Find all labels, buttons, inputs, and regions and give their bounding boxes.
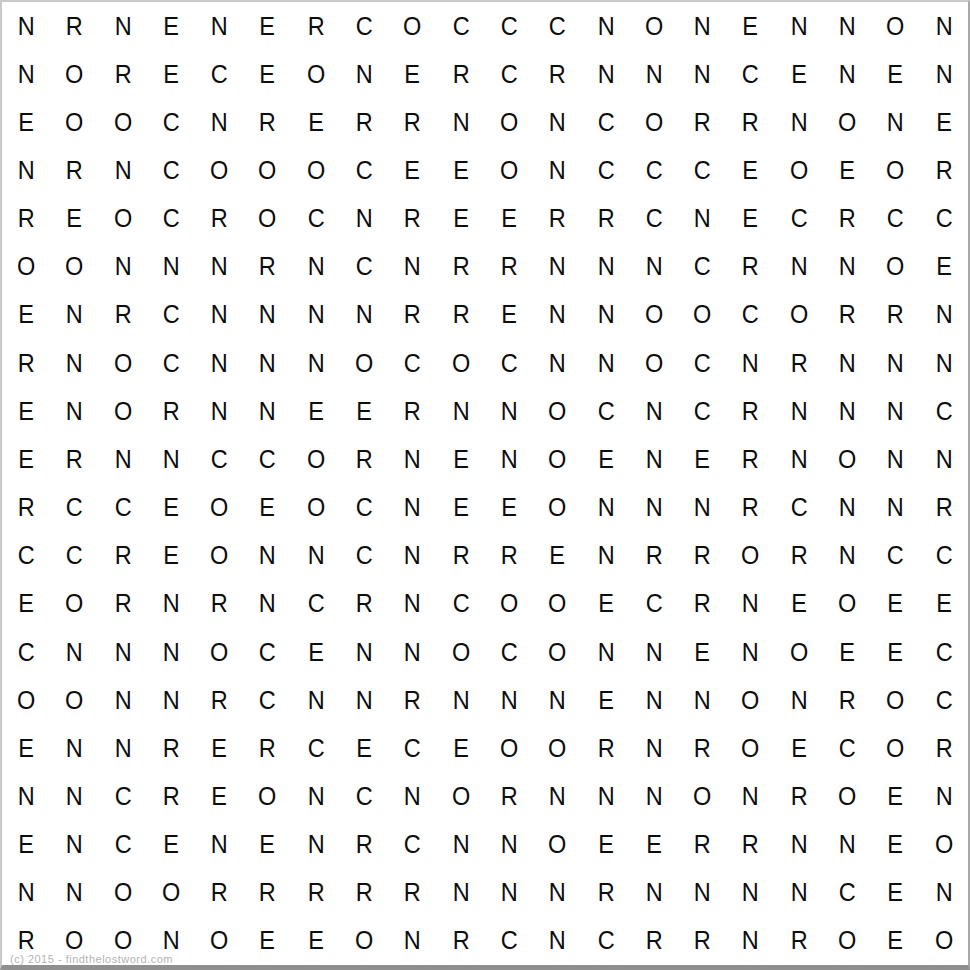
grid-cell[interactable]: O [631, 291, 676, 339]
grid-cell[interactable]: E [3, 821, 48, 869]
grid-cell[interactable]: R [390, 676, 435, 724]
grid-cell[interactable]: N [631, 435, 676, 483]
grid-cell[interactable]: E [342, 724, 387, 772]
grid-cell[interactable]: O [293, 484, 338, 532]
grid-cell[interactable]: R [680, 580, 725, 628]
grid-cell[interactable]: E [3, 724, 48, 772]
grid-cell[interactable]: R [825, 676, 870, 724]
grid-cell[interactable]: R [583, 869, 628, 917]
grid-cell[interactable]: O [100, 869, 145, 917]
grid-cell[interactable]: N [52, 628, 97, 676]
grid-cell[interactable]: N [100, 676, 145, 724]
grid-cell[interactable]: E [486, 484, 531, 532]
grid-cell[interactable]: N [293, 339, 338, 387]
grid-cell[interactable]: N [486, 821, 531, 869]
grid-cell[interactable]: E [293, 628, 338, 676]
grid-cell[interactable]: C [921, 676, 966, 724]
grid-cell[interactable]: R [583, 724, 628, 772]
grid-cell[interactable]: N [148, 676, 193, 724]
grid-cell[interactable]: O [3, 243, 48, 291]
grid-cell[interactable]: N [535, 146, 580, 194]
grid-cell[interactable]: E [535, 532, 580, 580]
grid-cell[interactable]: E [873, 772, 918, 820]
grid-cell[interactable]: N [197, 243, 242, 291]
grid-cell[interactable]: O [535, 435, 580, 483]
grid-cell[interactable]: N [100, 724, 145, 772]
grid-cell[interactable]: N [921, 435, 966, 483]
grid-cell[interactable]: E [390, 50, 435, 98]
grid-cell[interactable]: N [728, 917, 773, 965]
grid-cell[interactable]: N [825, 532, 870, 580]
grid-cell[interactable]: R [390, 869, 435, 917]
grid-cell[interactable]: N [52, 724, 97, 772]
grid-cell[interactable]: C [148, 195, 193, 243]
grid-cell[interactable]: N [583, 772, 628, 820]
grid-cell[interactable]: C [921, 387, 966, 435]
grid-cell[interactable]: N [293, 291, 338, 339]
grid-cell[interactable]: E [438, 146, 483, 194]
grid-cell[interactable]: O [52, 676, 97, 724]
grid-cell[interactable]: C [100, 772, 145, 820]
grid-cell[interactable]: N [535, 772, 580, 820]
grid-cell[interactable]: N [921, 772, 966, 820]
grid-cell[interactable]: N [3, 146, 48, 194]
grid-cell[interactable]: R [728, 243, 773, 291]
grid-cell[interactable]: O [197, 628, 242, 676]
grid-cell[interactable]: O [873, 724, 918, 772]
grid-cell[interactable]: O [197, 146, 242, 194]
grid-cell[interactable]: E [245, 2, 290, 50]
grid-cell[interactable]: N [342, 195, 387, 243]
grid-cell[interactable]: C [197, 50, 242, 98]
grid-cell[interactable]: N [680, 676, 725, 724]
grid-cell[interactable]: N [342, 628, 387, 676]
grid-cell[interactable]: N [535, 339, 580, 387]
grid-cell[interactable]: R [100, 580, 145, 628]
grid-cell[interactable]: C [342, 243, 387, 291]
grid-cell[interactable]: O [52, 243, 97, 291]
grid-cell[interactable]: N [438, 98, 483, 146]
grid-cell[interactable]: N [293, 821, 338, 869]
grid-cell[interactable]: C [293, 195, 338, 243]
grid-cell[interactable]: R [342, 98, 387, 146]
grid-cell[interactable]: C [728, 291, 773, 339]
grid-cell[interactable]: E [3, 435, 48, 483]
grid-cell[interactable]: R [921, 146, 966, 194]
grid-cell[interactable]: O [245, 146, 290, 194]
grid-cell[interactable]: N [100, 435, 145, 483]
grid-cell[interactable]: N [825, 821, 870, 869]
grid-cell[interactable]: R [52, 2, 97, 50]
grid-cell[interactable]: O [486, 724, 531, 772]
grid-cell[interactable]: N [3, 869, 48, 917]
grid-cell[interactable]: C [245, 435, 290, 483]
grid-cell[interactable]: N [921, 50, 966, 98]
grid-cell[interactable]: E [776, 580, 821, 628]
grid-cell[interactable]: O [438, 772, 483, 820]
grid-cell[interactable]: O [293, 146, 338, 194]
grid-cell[interactable]: N [486, 676, 531, 724]
grid-cell[interactable]: C [486, 628, 531, 676]
grid-cell[interactable]: N [535, 869, 580, 917]
grid-cell[interactable]: N [921, 291, 966, 339]
grid-cell[interactable]: C [921, 532, 966, 580]
grid-cell[interactable]: E [486, 195, 531, 243]
grid-cell[interactable]: N [342, 50, 387, 98]
grid-cell[interactable]: N [631, 50, 676, 98]
grid-cell[interactable]: N [776, 435, 821, 483]
grid-cell[interactable]: R [921, 724, 966, 772]
grid-cell[interactable]: R [148, 724, 193, 772]
grid-cell[interactable]: C [486, 2, 531, 50]
grid-cell[interactable]: C [583, 387, 628, 435]
grid-cell[interactable]: R [728, 484, 773, 532]
grid-cell[interactable]: N [776, 98, 821, 146]
grid-cell[interactable]: O [100, 98, 145, 146]
grid-cell[interactable]: C [148, 146, 193, 194]
grid-cell[interactable]: N [100, 146, 145, 194]
grid-cell[interactable]: R [583, 195, 628, 243]
grid-cell[interactable]: R [438, 917, 483, 965]
grid-cell[interactable]: R [631, 532, 676, 580]
grid-cell[interactable]: N [825, 387, 870, 435]
grid-cell[interactable]: R [342, 435, 387, 483]
grid-cell[interactable]: E [245, 821, 290, 869]
grid-cell[interactable]: N [583, 532, 628, 580]
grid-cell[interactable]: N [776, 676, 821, 724]
grid-cell[interactable]: N [776, 243, 821, 291]
grid-cell[interactable]: C [631, 580, 676, 628]
grid-cell[interactable]: O [535, 821, 580, 869]
grid-cell[interactable]: O [728, 676, 773, 724]
grid-cell[interactable]: N [245, 580, 290, 628]
grid-cell[interactable]: R [728, 387, 773, 435]
grid-cell[interactable]: O [52, 98, 97, 146]
grid-cell[interactable]: E [245, 917, 290, 965]
grid-cell[interactable]: O [100, 339, 145, 387]
grid-cell[interactable]: N [3, 772, 48, 820]
grid-cell[interactable]: R [680, 917, 725, 965]
grid-cell[interactable]: C [148, 339, 193, 387]
grid-cell[interactable]: N [148, 435, 193, 483]
grid-cell[interactable]: E [631, 821, 676, 869]
grid-cell[interactable]: N [390, 628, 435, 676]
grid-cell[interactable]: N [583, 339, 628, 387]
grid-cell[interactable]: C [680, 146, 725, 194]
grid-cell[interactable]: O [197, 917, 242, 965]
grid-cell[interactable]: C [535, 2, 580, 50]
grid-cell[interactable]: E [728, 195, 773, 243]
grid-cell[interactable]: N [583, 484, 628, 532]
grid-cell[interactable]: R [776, 917, 821, 965]
grid-cell[interactable]: R [197, 195, 242, 243]
grid-cell[interactable]: N [100, 628, 145, 676]
grid-cell[interactable]: C [245, 628, 290, 676]
grid-cell[interactable]: N [680, 195, 725, 243]
grid-cell[interactable]: N [100, 2, 145, 50]
grid-cell[interactable]: N [728, 580, 773, 628]
grid-cell[interactable]: R [197, 869, 242, 917]
grid-cell[interactable]: C [293, 580, 338, 628]
grid-cell[interactable]: N [390, 532, 435, 580]
grid-cell[interactable]: C [342, 532, 387, 580]
grid-cell[interactable]: N [535, 676, 580, 724]
grid-cell[interactable]: R [3, 484, 48, 532]
grid-cell[interactable]: N [293, 532, 338, 580]
grid-cell[interactable]: N [825, 2, 870, 50]
grid-cell[interactable]: O [390, 2, 435, 50]
grid-cell[interactable]: N [535, 291, 580, 339]
grid-cell[interactable]: E [245, 484, 290, 532]
grid-cell[interactable]: R [342, 821, 387, 869]
grid-cell[interactable]: N [390, 917, 435, 965]
grid-cell[interactable]: N [390, 484, 435, 532]
grid-cell[interactable]: R [390, 387, 435, 435]
grid-cell[interactable]: O [825, 772, 870, 820]
grid-cell[interactable]: E [438, 724, 483, 772]
grid-cell[interactable]: E [583, 435, 628, 483]
grid-cell[interactable]: N [438, 821, 483, 869]
grid-cell[interactable]: C [390, 339, 435, 387]
grid-cell[interactable]: N [728, 772, 773, 820]
grid-cell[interactable]: C [825, 869, 870, 917]
grid-cell[interactable]: N [583, 628, 628, 676]
grid-cell[interactable]: C [486, 50, 531, 98]
grid-cell[interactable]: E [583, 821, 628, 869]
grid-cell[interactable]: R [680, 821, 725, 869]
grid-cell[interactable]: R [148, 772, 193, 820]
grid-cell[interactable]: O [293, 50, 338, 98]
grid-cell[interactable]: O [52, 580, 97, 628]
grid-cell[interactable]: N [486, 869, 531, 917]
grid-cell[interactable]: E [148, 50, 193, 98]
grid-cell[interactable]: C [342, 484, 387, 532]
grid-cell[interactable]: R [342, 580, 387, 628]
grid-cell[interactable]: O [825, 580, 870, 628]
grid-cell[interactable]: R [728, 435, 773, 483]
grid-cell[interactable]: O [148, 869, 193, 917]
grid-cell[interactable]: N [197, 291, 242, 339]
grid-cell[interactable]: R [3, 195, 48, 243]
grid-cell[interactable]: C [197, 435, 242, 483]
grid-cell[interactable]: E [293, 917, 338, 965]
grid-cell[interactable]: E [921, 580, 966, 628]
grid-cell[interactable]: N [100, 243, 145, 291]
grid-cell[interactable]: O [100, 387, 145, 435]
grid-cell[interactable]: R [776, 532, 821, 580]
grid-cell[interactable]: O [245, 772, 290, 820]
grid-cell[interactable]: N [583, 243, 628, 291]
grid-cell[interactable]: N [921, 339, 966, 387]
grid-cell[interactable]: C [921, 628, 966, 676]
grid-cell[interactable]: C [3, 628, 48, 676]
grid-cell[interactable]: N [390, 580, 435, 628]
grid-cell[interactable]: N [148, 628, 193, 676]
grid-cell[interactable]: C [342, 772, 387, 820]
grid-cell[interactable]: O [776, 291, 821, 339]
grid-cell[interactable]: R [535, 195, 580, 243]
grid-cell[interactable]: C [728, 50, 773, 98]
grid-cell[interactable]: R [921, 484, 966, 532]
grid-cell[interactable]: N [728, 339, 773, 387]
grid-cell[interactable]: N [825, 243, 870, 291]
grid-cell[interactable]: O [535, 580, 580, 628]
grid-cell[interactable]: N [52, 339, 97, 387]
grid-cell[interactable]: N [583, 50, 628, 98]
grid-cell[interactable]: N [293, 772, 338, 820]
grid-cell[interactable]: N [197, 387, 242, 435]
grid-cell[interactable]: N [438, 387, 483, 435]
grid-cell[interactable]: R [631, 917, 676, 965]
grid-cell[interactable]: R [438, 532, 483, 580]
grid-cell[interactable]: O [438, 339, 483, 387]
grid-cell[interactable]: C [3, 532, 48, 580]
grid-cell[interactable]: N [486, 387, 531, 435]
grid-cell[interactable]: N [535, 243, 580, 291]
grid-cell[interactable]: E [245, 50, 290, 98]
grid-cell[interactable]: N [583, 291, 628, 339]
grid-cell[interactable]: C [100, 821, 145, 869]
grid-cell[interactable]: R [245, 869, 290, 917]
grid-cell[interactable]: N [3, 2, 48, 50]
grid-cell[interactable]: N [680, 484, 725, 532]
grid-cell[interactable]: N [342, 291, 387, 339]
grid-cell[interactable]: O [873, 676, 918, 724]
grid-cell[interactable]: O [728, 532, 773, 580]
grid-cell[interactable]: R [52, 435, 97, 483]
grid-cell[interactable]: E [921, 243, 966, 291]
grid-cell[interactable]: R [825, 291, 870, 339]
grid-cell[interactable]: C [486, 917, 531, 965]
grid-cell[interactable]: N [825, 339, 870, 387]
grid-cell[interactable]: R [825, 195, 870, 243]
grid-cell[interactable]: E [197, 724, 242, 772]
grid-cell[interactable]: O [486, 98, 531, 146]
grid-cell[interactable]: N [197, 98, 242, 146]
grid-cell[interactable]: N [873, 98, 918, 146]
grid-cell[interactable]: N [825, 484, 870, 532]
grid-cell[interactable]: O [293, 435, 338, 483]
grid-cell[interactable]: N [245, 387, 290, 435]
grid-cell[interactable]: C [583, 98, 628, 146]
grid-cell[interactable]: C [438, 2, 483, 50]
grid-cell[interactable]: N [535, 98, 580, 146]
grid-cell[interactable]: E [583, 580, 628, 628]
grid-cell[interactable]: O [776, 146, 821, 194]
grid-cell[interactable]: N [631, 724, 676, 772]
grid-cell[interactable]: O [921, 821, 966, 869]
grid-cell[interactable]: N [873, 484, 918, 532]
grid-cell[interactable]: O [100, 195, 145, 243]
grid-cell[interactable]: N [52, 772, 97, 820]
grid-cell[interactable]: N [873, 435, 918, 483]
grid-cell[interactable]: C [438, 580, 483, 628]
grid-cell[interactable]: O [825, 98, 870, 146]
grid-cell[interactable]: N [197, 2, 242, 50]
grid-cell[interactable]: E [148, 2, 193, 50]
grid-cell[interactable]: O [873, 146, 918, 194]
grid-cell[interactable]: C [486, 339, 531, 387]
grid-cell[interactable]: E [148, 821, 193, 869]
grid-cell[interactable]: C [680, 387, 725, 435]
grid-cell[interactable]: O [52, 50, 97, 98]
grid-cell[interactable]: C [148, 98, 193, 146]
grid-cell[interactable]: N [776, 821, 821, 869]
grid-cell[interactable]: R [486, 532, 531, 580]
grid-cell[interactable]: O [3, 676, 48, 724]
grid-cell[interactable]: C [776, 195, 821, 243]
grid-cell[interactable]: C [631, 195, 676, 243]
grid-cell[interactable]: C [873, 195, 918, 243]
grid-cell[interactable]: E [3, 291, 48, 339]
grid-cell[interactable]: O [825, 917, 870, 965]
grid-cell[interactable]: R [728, 98, 773, 146]
grid-cell[interactable]: E [680, 628, 725, 676]
grid-cell[interactable]: R [438, 243, 483, 291]
grid-cell[interactable]: E [825, 146, 870, 194]
grid-cell[interactable]: E [921, 98, 966, 146]
grid-cell[interactable]: E [873, 50, 918, 98]
grid-cell[interactable]: R [776, 772, 821, 820]
grid-cell[interactable]: R [197, 580, 242, 628]
grid-cell[interactable]: R [342, 869, 387, 917]
grid-cell[interactable]: O [486, 146, 531, 194]
grid-cell[interactable]: E [486, 291, 531, 339]
grid-cell[interactable]: N [535, 917, 580, 965]
grid-cell[interactable]: E [873, 628, 918, 676]
grid-cell[interactable]: R [438, 50, 483, 98]
grid-cell[interactable]: O [873, 243, 918, 291]
grid-cell[interactable]: E [3, 98, 48, 146]
grid-cell[interactable]: O [631, 2, 676, 50]
grid-cell[interactable]: C [52, 484, 97, 532]
grid-cell[interactable]: N [583, 2, 628, 50]
grid-cell[interactable]: R [100, 532, 145, 580]
grid-cell[interactable]: C [293, 724, 338, 772]
grid-cell[interactable]: E [197, 772, 242, 820]
grid-cell[interactable]: N [245, 291, 290, 339]
grid-cell[interactable]: N [631, 628, 676, 676]
grid-cell[interactable]: N [342, 676, 387, 724]
grid-cell[interactable]: R [293, 869, 338, 917]
grid-cell[interactable]: O [776, 628, 821, 676]
grid-cell[interactable]: O [535, 628, 580, 676]
grid-cell[interactable]: R [100, 291, 145, 339]
grid-cell[interactable]: C [245, 676, 290, 724]
grid-cell[interactable]: O [486, 580, 531, 628]
grid-cell[interactable]: E [438, 435, 483, 483]
grid-cell[interactable]: R [245, 724, 290, 772]
grid-cell[interactable]: N [438, 676, 483, 724]
grid-cell[interactable]: N [52, 291, 97, 339]
grid-cell[interactable]: E [873, 869, 918, 917]
grid-cell[interactable]: N [293, 243, 338, 291]
grid-cell[interactable]: N [921, 869, 966, 917]
grid-cell[interactable]: N [873, 339, 918, 387]
grid-cell[interactable]: E [342, 387, 387, 435]
grid-cell[interactable]: R [728, 821, 773, 869]
grid-cell[interactable]: N [631, 676, 676, 724]
grid-cell[interactable]: R [486, 243, 531, 291]
grid-cell[interactable]: N [438, 869, 483, 917]
grid-cell[interactable]: O [631, 98, 676, 146]
grid-cell[interactable]: N [680, 2, 725, 50]
grid-cell[interactable]: R [293, 2, 338, 50]
grid-cell[interactable]: C [390, 724, 435, 772]
grid-cell[interactable]: O [438, 628, 483, 676]
grid-cell[interactable]: C [873, 532, 918, 580]
grid-cell[interactable]: O [921, 917, 966, 965]
